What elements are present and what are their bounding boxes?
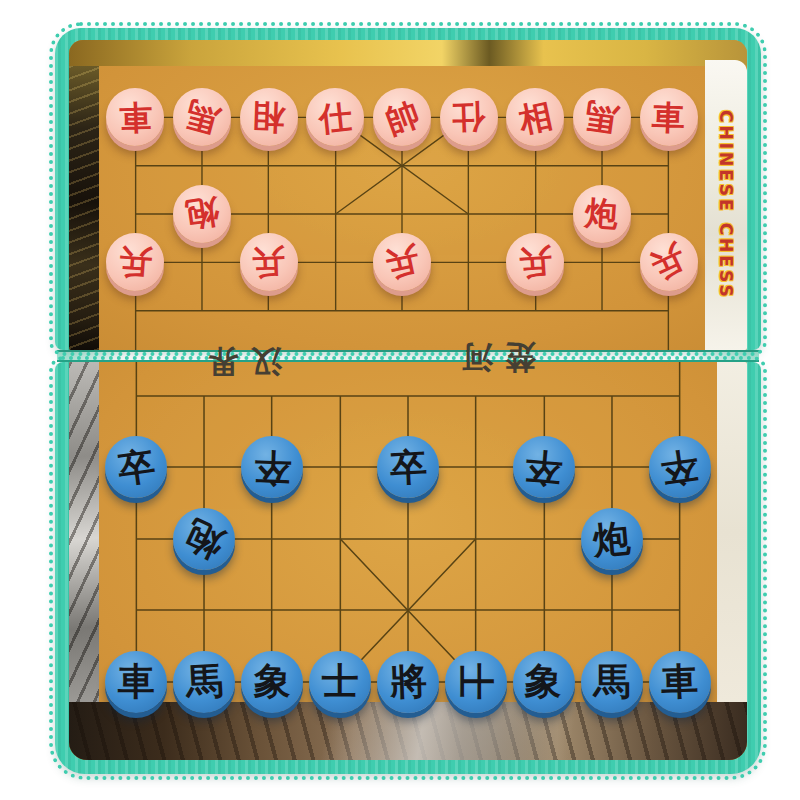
piece-character: 炮 xyxy=(584,196,619,231)
piece-pink-相[interactable]: 相 xyxy=(240,88,298,146)
piece-blue-車[interactable]: 車 xyxy=(649,651,711,713)
piece-character: 仕 xyxy=(452,100,486,134)
pieces-layer-top: 車馬相仕帥仕相馬車炮炮兵兵兵兵兵 xyxy=(99,66,705,350)
piece-pink-兵[interactable]: 兵 xyxy=(506,233,564,291)
piece-character: 車 xyxy=(661,663,699,701)
piece-character: 相 xyxy=(516,98,555,137)
piece-blue-馬[interactable]: 馬 xyxy=(581,651,643,713)
board-top-half: CHINESE CHESS 車馬相仕帥仕相馬車炮炮兵兵兵兵兵 xyxy=(55,28,761,350)
piece-character: 象 xyxy=(525,662,564,701)
piece-blue-卒[interactable]: 卒 xyxy=(105,436,167,498)
piece-blue-象[interactable]: 象 xyxy=(513,651,575,713)
piece-blue-車[interactable]: 車 xyxy=(105,651,167,713)
piece-pink-帥[interactable]: 帥 xyxy=(373,88,431,146)
piece-character: 士 xyxy=(457,663,494,700)
piece-character: 馬 xyxy=(583,99,620,136)
piece-character: 卒 xyxy=(115,446,157,488)
piece-character: 馬 xyxy=(182,97,222,137)
right-margin-bottom xyxy=(717,362,747,702)
brand-text: CHINESE CHESS xyxy=(716,110,736,300)
board-print-bottom: 卒卒卒卒卒炮炮車馬象士將士象馬車 xyxy=(69,362,747,760)
piece-blue-卒[interactable]: 卒 xyxy=(513,436,575,498)
artwork-top-margin xyxy=(69,40,747,66)
piece-character: 炮 xyxy=(592,519,632,559)
piece-pink-兵[interactable]: 兵 xyxy=(240,233,298,291)
piece-pink-炮[interactable]: 炮 xyxy=(173,185,231,243)
board-print-top: CHINESE CHESS 車馬相仕帥仕相馬車炮炮兵兵兵兵兵 xyxy=(69,40,747,350)
piece-character: 兵 xyxy=(518,245,553,280)
piece-character: 仕 xyxy=(317,99,353,135)
piece-character: 兵 xyxy=(118,245,153,280)
piece-character: 馬 xyxy=(185,662,224,701)
xiangqi-set: CHINESE CHESS 車馬相仕帥仕相馬車炮炮兵兵兵兵兵 xyxy=(55,28,761,770)
piece-character: 將 xyxy=(389,663,427,701)
piece-character: 炮 xyxy=(179,515,228,564)
pieces-layer-bottom: 卒卒卒卒卒炮炮車馬象士將士象馬車 xyxy=(99,362,717,702)
artwork-left-margin-bottom xyxy=(69,362,99,702)
piece-character: 卒 xyxy=(253,448,291,486)
piece-blue-士[interactable]: 士 xyxy=(309,651,371,713)
piece-pink-兵[interactable]: 兵 xyxy=(640,233,698,291)
piece-character: 車 xyxy=(118,663,155,700)
piece-blue-卒[interactable]: 卒 xyxy=(649,436,711,498)
piece-blue-炮[interactable]: 炮 xyxy=(173,508,235,570)
piece-blue-將[interactable]: 將 xyxy=(377,651,439,713)
piece-blue-卒[interactable]: 卒 xyxy=(241,436,303,498)
piece-pink-馬[interactable]: 馬 xyxy=(573,88,631,146)
piece-character: 馬 xyxy=(593,663,630,700)
board-grid-bottom: 卒卒卒卒卒炮炮車馬象士將士象馬車 xyxy=(99,362,717,702)
piece-pink-仕[interactable]: 仕 xyxy=(306,88,364,146)
piece-character: 卒 xyxy=(659,446,701,488)
piece-blue-炮[interactable]: 炮 xyxy=(581,508,643,570)
board-bottom-half: 卒卒卒卒卒炮炮車馬象士將士象馬車 xyxy=(55,362,761,774)
piece-pink-炮[interactable]: 炮 xyxy=(573,185,631,243)
piece-blue-士[interactable]: 士 xyxy=(445,651,507,713)
piece-character: 炮 xyxy=(183,195,220,232)
piece-pink-兵[interactable]: 兵 xyxy=(373,233,431,291)
piece-character: 兵 xyxy=(647,240,691,284)
piece-character: 卒 xyxy=(389,448,428,487)
product-photo: CHINESE CHESS 車馬相仕帥仕相馬車炮炮兵兵兵兵兵 xyxy=(0,0,800,800)
piece-character: 兵 xyxy=(252,245,286,279)
piece-character: 車 xyxy=(652,100,686,134)
piece-pink-兵[interactable]: 兵 xyxy=(106,233,164,291)
piece-character: 帥 xyxy=(381,96,423,138)
brand-strip: CHINESE CHESS xyxy=(705,60,747,350)
piece-character: 相 xyxy=(252,100,286,134)
piece-pink-車[interactable]: 車 xyxy=(106,88,164,146)
piece-pink-相[interactable]: 相 xyxy=(506,88,564,146)
artwork-left-margin xyxy=(69,66,99,350)
fold-hinge xyxy=(57,350,759,362)
piece-blue-象[interactable]: 象 xyxy=(241,651,303,713)
piece-blue-馬[interactable]: 馬 xyxy=(173,651,235,713)
piece-character: 車 xyxy=(118,100,152,134)
board-grid-top: 車馬相仕帥仕相馬車炮炮兵兵兵兵兵 xyxy=(99,66,705,350)
piece-character: 士 xyxy=(322,663,359,700)
piece-pink-馬[interactable]: 馬 xyxy=(173,88,231,146)
piece-blue-卒[interactable]: 卒 xyxy=(377,436,439,498)
piece-character: 象 xyxy=(253,663,291,701)
piece-pink-仕[interactable]: 仕 xyxy=(440,88,498,146)
piece-character: 兵 xyxy=(382,243,421,282)
piece-pink-車[interactable]: 車 xyxy=(640,88,698,146)
piece-character: 卒 xyxy=(524,447,564,487)
